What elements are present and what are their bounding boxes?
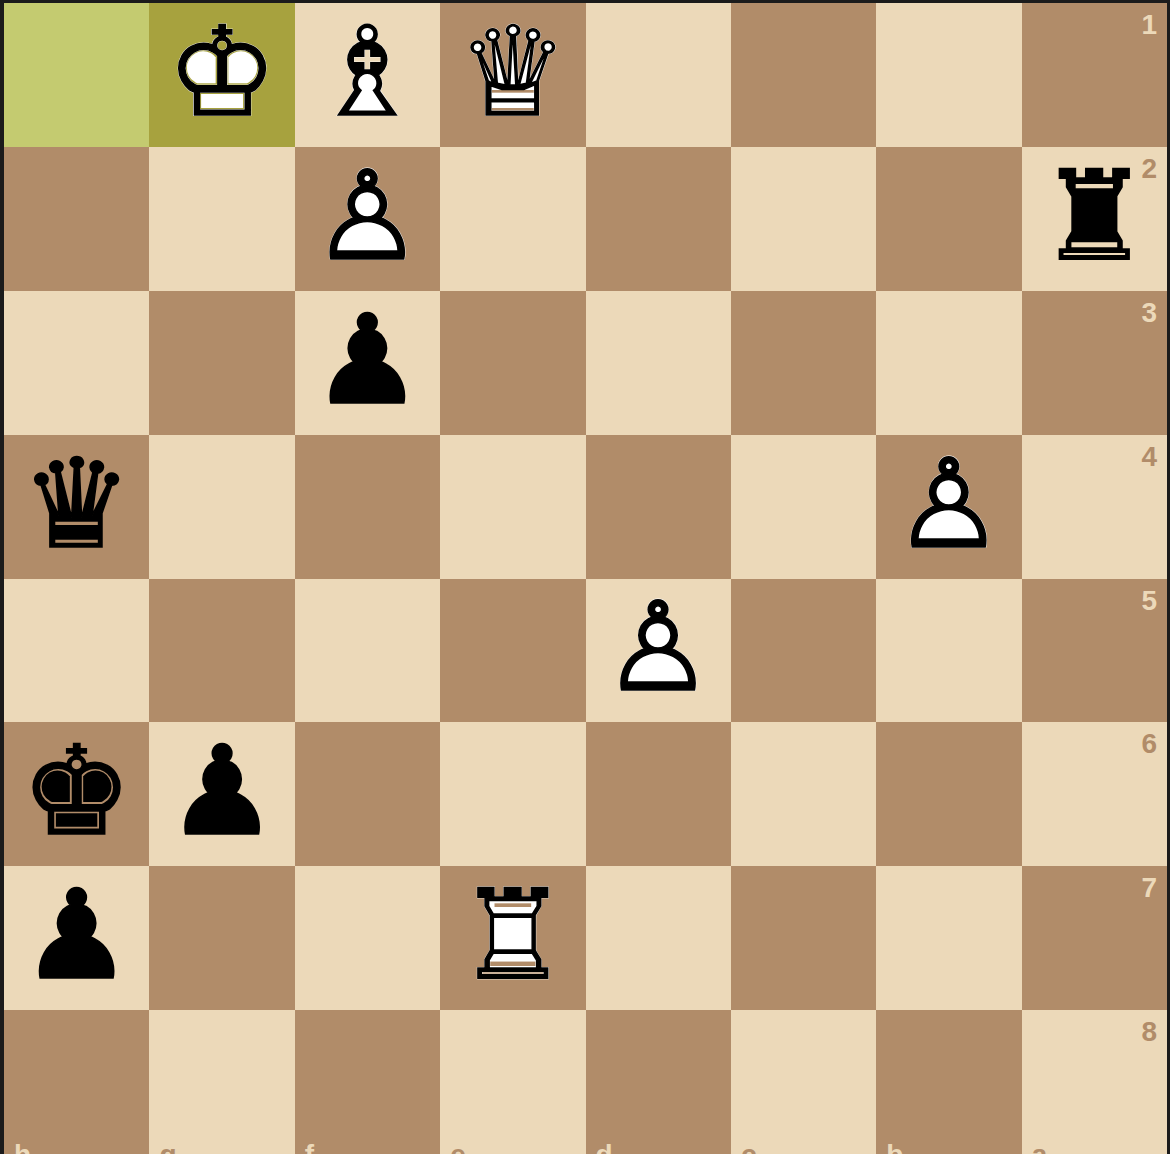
square-g4[interactable] <box>149 435 294 579</box>
square-f6[interactable] <box>295 722 440 866</box>
square-f4[interactable] <box>295 435 440 579</box>
square-a8[interactable]: 8a <box>1022 1010 1167 1154</box>
piece-white-rook[interactable]: ♜♖ <box>440 866 585 1010</box>
square-e3[interactable] <box>440 291 585 435</box>
rank-label-8: 8 <box>1141 1018 1157 1046</box>
square-h1[interactable] <box>4 3 149 147</box>
square-g8[interactable]: g <box>149 1010 294 1154</box>
chess-board: ♚♔♝♗♛♕1♟♙2♜♟3♛♟♙4♟♙5♚♟6♟♜♖7hgfedcb8a <box>0 0 1170 1154</box>
square-c7[interactable] <box>731 866 876 1010</box>
square-d7[interactable] <box>586 866 731 1010</box>
square-f5[interactable] <box>295 579 440 723</box>
square-h2[interactable] <box>4 147 149 291</box>
file-label-g: g <box>159 1141 176 1154</box>
square-f1[interactable]: ♝♗ <box>295 3 440 147</box>
square-h5[interactable] <box>4 579 149 723</box>
square-c4[interactable] <box>731 435 876 579</box>
rank-label-1: 1 <box>1141 11 1157 39</box>
square-g6[interactable]: ♟ <box>149 722 294 866</box>
piece-white-bishop[interactable]: ♝♗ <box>295 3 440 147</box>
square-c2[interactable] <box>731 147 876 291</box>
square-h4[interactable]: ♛ <box>4 435 149 579</box>
piece-white-pawn[interactable]: ♟♙ <box>876 435 1021 579</box>
rank-label-6: 6 <box>1141 730 1157 758</box>
square-f7[interactable] <box>295 866 440 1010</box>
rank-label-7: 7 <box>1141 874 1157 902</box>
rank-label-5: 5 <box>1141 587 1157 615</box>
square-b1[interactable] <box>876 3 1021 147</box>
square-a1[interactable]: 1 <box>1022 3 1167 147</box>
piece-white-king[interactable]: ♚♔ <box>149 3 294 147</box>
square-f3[interactable]: ♟ <box>295 291 440 435</box>
square-g2[interactable] <box>149 147 294 291</box>
square-a3[interactable]: 3 <box>1022 291 1167 435</box>
piece-white-pawn[interactable]: ♟♙ <box>586 579 731 723</box>
square-a6[interactable]: 6 <box>1022 722 1167 866</box>
square-d2[interactable] <box>586 147 731 291</box>
file-label-c: c <box>741 1141 757 1154</box>
square-g7[interactable] <box>149 866 294 1010</box>
square-g5[interactable] <box>149 579 294 723</box>
square-e8[interactable]: e <box>440 1010 585 1154</box>
file-label-d: d <box>596 1141 613 1154</box>
square-d4[interactable] <box>586 435 731 579</box>
file-label-h: h <box>14 1141 31 1154</box>
file-label-e: e <box>450 1141 466 1154</box>
square-d5[interactable]: ♟♙ <box>586 579 731 723</box>
square-e2[interactable] <box>440 147 585 291</box>
square-f2[interactable]: ♟♙ <box>295 147 440 291</box>
piece-white-queen[interactable]: ♛♕ <box>440 3 585 147</box>
piece-black-queen[interactable]: ♛ <box>4 435 149 579</box>
square-a4[interactable]: 4 <box>1022 435 1167 579</box>
square-h6[interactable]: ♚ <box>4 722 149 866</box>
square-a5[interactable]: 5 <box>1022 579 1167 723</box>
piece-black-pawn[interactable]: ♟ <box>295 291 440 435</box>
square-c5[interactable] <box>731 579 876 723</box>
square-e5[interactable] <box>440 579 585 723</box>
piece-black-pawn[interactable]: ♟ <box>149 722 294 866</box>
square-b5[interactable] <box>876 579 1021 723</box>
piece-black-pawn[interactable]: ♟ <box>4 866 149 1010</box>
square-g3[interactable] <box>149 291 294 435</box>
rank-label-4: 4 <box>1141 443 1157 471</box>
square-f8[interactable]: f <box>295 1010 440 1154</box>
piece-black-rook[interactable]: ♜ <box>1022 147 1167 291</box>
square-d1[interactable] <box>586 3 731 147</box>
square-b2[interactable] <box>876 147 1021 291</box>
square-h8[interactable]: h <box>4 1010 149 1154</box>
rank-label-3: 3 <box>1141 299 1157 327</box>
square-d8[interactable]: d <box>586 1010 731 1154</box>
piece-white-pawn[interactable]: ♟♙ <box>295 147 440 291</box>
square-b8[interactable]: b <box>876 1010 1021 1154</box>
square-d6[interactable] <box>586 722 731 866</box>
square-a7[interactable]: 7 <box>1022 866 1167 1010</box>
file-label-f: f <box>305 1141 314 1154</box>
square-b6[interactable] <box>876 722 1021 866</box>
square-c1[interactable] <box>731 3 876 147</box>
square-b7[interactable] <box>876 866 1021 1010</box>
file-label-b: b <box>886 1141 903 1154</box>
square-e6[interactable] <box>440 722 585 866</box>
file-label-a: a <box>1032 1141 1048 1154</box>
square-e4[interactable] <box>440 435 585 579</box>
square-c6[interactable] <box>731 722 876 866</box>
square-h7[interactable]: ♟ <box>4 866 149 1010</box>
piece-black-king[interactable]: ♚ <box>4 722 149 866</box>
square-d3[interactable] <box>586 291 731 435</box>
square-e7[interactable]: ♜♖ <box>440 866 585 1010</box>
square-c8[interactable]: c <box>731 1010 876 1154</box>
square-e1[interactable]: ♛♕ <box>440 3 585 147</box>
square-c3[interactable] <box>731 291 876 435</box>
square-h3[interactable] <box>4 291 149 435</box>
square-b3[interactable] <box>876 291 1021 435</box>
square-b4[interactable]: ♟♙ <box>876 435 1021 579</box>
square-a2[interactable]: 2♜ <box>1022 147 1167 291</box>
square-g1[interactable]: ♚♔ <box>149 3 294 147</box>
